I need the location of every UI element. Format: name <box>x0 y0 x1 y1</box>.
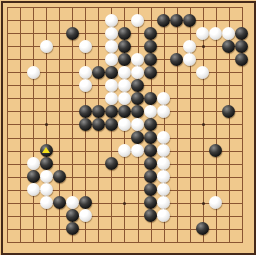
star-point <box>202 202 205 205</box>
white-stone[interactable] <box>40 170 53 183</box>
grid-line <box>7 138 243 139</box>
black-stone[interactable] <box>144 144 157 157</box>
grid-line <box>177 7 178 243</box>
white-stone[interactable] <box>157 105 170 118</box>
black-stone[interactable] <box>170 14 183 27</box>
white-stone[interactable] <box>105 40 118 53</box>
white-stone[interactable] <box>27 66 40 79</box>
white-stone[interactable] <box>196 66 209 79</box>
white-stone[interactable] <box>183 40 196 53</box>
white-stone[interactable] <box>105 14 118 27</box>
black-stone[interactable] <box>66 209 79 222</box>
black-stone[interactable] <box>92 118 105 131</box>
black-stone[interactable] <box>157 14 170 27</box>
white-stone[interactable] <box>144 105 157 118</box>
grid-line <box>7 216 243 217</box>
white-stone[interactable] <box>40 40 53 53</box>
white-stone[interactable] <box>40 183 53 196</box>
black-stone[interactable] <box>144 40 157 53</box>
black-stone[interactable] <box>118 27 131 40</box>
white-stone[interactable] <box>66 196 79 209</box>
black-stone[interactable] <box>144 131 157 144</box>
black-stone[interactable] <box>40 157 53 170</box>
black-stone[interactable] <box>105 157 118 170</box>
white-stone[interactable] <box>105 53 118 66</box>
black-stone[interactable] <box>144 53 157 66</box>
white-stone[interactable] <box>157 131 170 144</box>
black-stone[interactable] <box>79 196 92 209</box>
black-stone[interactable] <box>131 105 144 118</box>
white-stone[interactable] <box>105 79 118 92</box>
grid-line <box>7 242 243 243</box>
black-stone[interactable] <box>131 79 144 92</box>
white-stone[interactable] <box>118 144 131 157</box>
black-stone[interactable] <box>144 118 157 131</box>
white-stone[interactable] <box>27 157 40 170</box>
white-stone[interactable] <box>105 27 118 40</box>
black-stone[interactable] <box>118 40 131 53</box>
black-stone[interactable] <box>222 40 235 53</box>
white-stone[interactable] <box>79 79 92 92</box>
white-stone[interactable] <box>157 92 170 105</box>
white-stone[interactable] <box>131 144 144 157</box>
white-stone[interactable] <box>131 14 144 27</box>
white-stone[interactable] <box>196 27 209 40</box>
black-stone[interactable] <box>144 27 157 40</box>
white-stone[interactable] <box>79 66 92 79</box>
black-stone[interactable] <box>92 105 105 118</box>
white-stone[interactable] <box>131 118 144 131</box>
black-stone[interactable] <box>92 66 105 79</box>
black-stone[interactable] <box>105 105 118 118</box>
white-stone[interactable] <box>105 92 118 105</box>
black-stone[interactable] <box>170 53 183 66</box>
go-board <box>0 0 256 255</box>
black-stone[interactable] <box>183 14 196 27</box>
black-stone[interactable] <box>235 27 248 40</box>
white-stone[interactable] <box>118 92 131 105</box>
black-stone[interactable] <box>144 66 157 79</box>
white-stone[interactable] <box>79 40 92 53</box>
black-stone[interactable] <box>118 105 131 118</box>
black-stone[interactable] <box>131 131 144 144</box>
white-stone[interactable] <box>40 196 53 209</box>
black-stone[interactable] <box>105 66 118 79</box>
white-stone[interactable] <box>131 53 144 66</box>
black-stone[interactable] <box>105 118 118 131</box>
white-stone[interactable] <box>118 118 131 131</box>
black-stone[interactable] <box>144 92 157 105</box>
white-stone[interactable] <box>118 79 131 92</box>
white-stone[interactable] <box>27 183 40 196</box>
black-stone[interactable] <box>53 196 66 209</box>
white-stone[interactable] <box>209 27 222 40</box>
black-stone[interactable] <box>118 53 131 66</box>
black-stone[interactable] <box>66 27 79 40</box>
black-stone[interactable] <box>53 170 66 183</box>
white-stone[interactable] <box>118 66 131 79</box>
black-stone[interactable] <box>79 105 92 118</box>
black-stone[interactable] <box>131 92 144 105</box>
black-stone[interactable] <box>27 170 40 183</box>
last-move-triangle-marker <box>42 147 50 153</box>
black-stone[interactable] <box>235 40 248 53</box>
white-stone[interactable] <box>222 27 235 40</box>
black-stone[interactable] <box>79 118 92 131</box>
white-stone[interactable] <box>131 66 144 79</box>
white-stone[interactable] <box>183 53 196 66</box>
star-point <box>202 45 205 48</box>
